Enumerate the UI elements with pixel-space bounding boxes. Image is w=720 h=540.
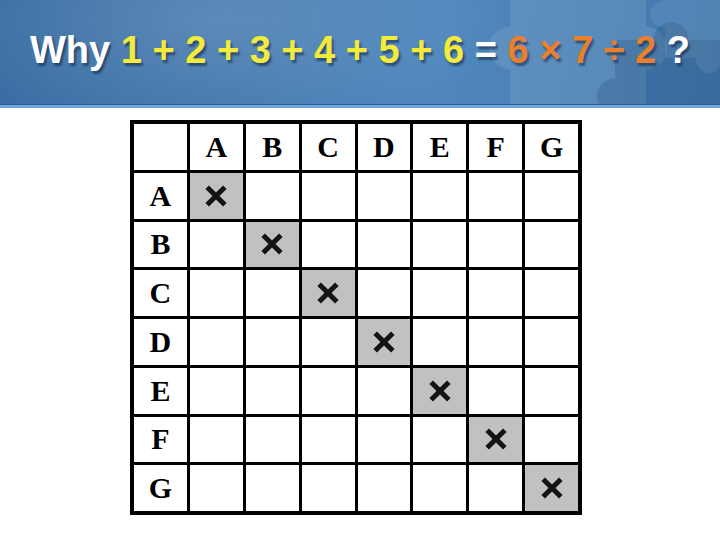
cell-E-D: [358, 368, 411, 414]
cell-F-F: [469, 417, 522, 463]
cell-F-C: [302, 417, 355, 463]
corner-cell: [134, 124, 187, 170]
col-header-A: A: [190, 124, 243, 170]
cell-A-F: [469, 173, 522, 219]
cell-B-E: [413, 222, 466, 268]
cell-A-G: [525, 173, 578, 219]
title-segment-2: =: [464, 29, 507, 71]
col-header-C: C: [302, 124, 355, 170]
x-mark-icon: [428, 379, 452, 403]
row-header-G: G: [134, 465, 187, 511]
title-bar: Why 1 + 2 + 3 + 4 + 5 + 6 = 6 × 7 ÷ 2 ?: [0, 0, 720, 105]
cell-G-F: [469, 465, 522, 511]
x-mark-icon: [204, 184, 228, 208]
cell-G-C: [302, 465, 355, 511]
col-header-B: B: [246, 124, 299, 170]
slide: Why 1 + 2 + 3 + 4 + 5 + 6 = 6 × 7 ÷ 2 ? …: [0, 0, 720, 540]
cell-C-B: [246, 270, 299, 316]
x-mark-icon: [316, 281, 340, 305]
cell-F-D: [358, 417, 411, 463]
cell-B-A: [190, 222, 243, 268]
cell-G-D: [358, 465, 411, 511]
cell-E-G: [525, 368, 578, 414]
cell-B-C: [302, 222, 355, 268]
row-header-E: E: [134, 368, 187, 414]
cell-E-F: [469, 368, 522, 414]
title-segment-3: 6 × 7 ÷ 2: [507, 29, 656, 71]
x-mark-icon: [484, 427, 508, 451]
cell-D-B: [246, 319, 299, 365]
x-mark-icon: [372, 330, 396, 354]
col-header-E: E: [413, 124, 466, 170]
cell-B-B: [246, 222, 299, 268]
cell-D-A: [190, 319, 243, 365]
cell-F-G: [525, 417, 578, 463]
cell-A-A: [190, 173, 243, 219]
row-header-D: D: [134, 319, 187, 365]
cell-E-B: [246, 368, 299, 414]
title-segment-1: 1 + 2 + 3 + 4 + 5 + 6: [121, 29, 464, 71]
col-header-G: G: [525, 124, 578, 170]
cell-G-E: [413, 465, 466, 511]
title-segment-4: ?: [656, 29, 690, 71]
cell-G-G: [525, 465, 578, 511]
cell-D-E: [413, 319, 466, 365]
cell-A-B: [246, 173, 299, 219]
cell-E-E: [413, 368, 466, 414]
cell-D-F: [469, 319, 522, 365]
cell-C-E: [413, 270, 466, 316]
x-mark-icon: [540, 476, 564, 500]
col-header-F: F: [469, 124, 522, 170]
cell-C-F: [469, 270, 522, 316]
title-segment-0: Why: [30, 29, 121, 71]
cell-C-A: [190, 270, 243, 316]
cell-A-E: [413, 173, 466, 219]
cell-B-F: [469, 222, 522, 268]
cell-D-C: [302, 319, 355, 365]
row-header-F: F: [134, 417, 187, 463]
pair-grid-board: ABCDEFGABCDEFG: [130, 120, 582, 515]
row-header-A: A: [134, 173, 187, 219]
cell-C-G: [525, 270, 578, 316]
row-header-C: C: [134, 270, 187, 316]
cell-A-D: [358, 173, 411, 219]
cell-A-C: [302, 173, 355, 219]
cell-F-E: [413, 417, 466, 463]
cell-F-A: [190, 417, 243, 463]
cell-D-G: [525, 319, 578, 365]
cell-B-G: [525, 222, 578, 268]
x-mark-icon: [260, 232, 284, 256]
cell-C-D: [358, 270, 411, 316]
cell-F-B: [246, 417, 299, 463]
cell-G-A: [190, 465, 243, 511]
cell-C-C: [302, 270, 355, 316]
cell-B-D: [358, 222, 411, 268]
title-bar-accent-line: [0, 105, 720, 108]
row-header-B: B: [134, 222, 187, 268]
col-header-D: D: [358, 124, 411, 170]
cell-E-A: [190, 368, 243, 414]
page-title: Why 1 + 2 + 3 + 4 + 5 + 6 = 6 × 7 ÷ 2 ?: [30, 28, 690, 72]
cell-D-D: [358, 319, 411, 365]
cell-E-C: [302, 368, 355, 414]
cell-G-B: [246, 465, 299, 511]
